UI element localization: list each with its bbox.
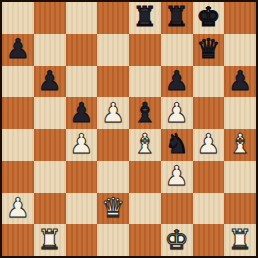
piece-white-pawn[interactable]: ♟ [101, 99, 125, 126]
square-b4[interactable] [34, 129, 66, 161]
piece-white-bishop[interactable]: ♝ [133, 130, 157, 157]
piece-black-pawn[interactable]: ♟ [228, 67, 252, 94]
square-e7[interactable] [129, 34, 161, 66]
chess-diagram: ♜♜♚♟♛♟♟♟♟♟♝♟♟♝♞♟♝♟♟♛♜♚♜ [0, 0, 258, 258]
square-d1[interactable] [97, 224, 129, 256]
piece-black-rook[interactable]: ♜ [165, 3, 189, 30]
square-h1[interactable]: ♜ [224, 224, 256, 256]
square-c4[interactable]: ♟ [66, 129, 98, 161]
square-c7[interactable] [66, 34, 98, 66]
square-f1[interactable]: ♚ [161, 224, 193, 256]
square-e8[interactable]: ♜ [129, 2, 161, 34]
square-e4[interactable]: ♝ [129, 129, 161, 161]
square-h4[interactable]: ♝ [224, 129, 256, 161]
square-a7[interactable]: ♟ [2, 34, 34, 66]
piece-white-pawn[interactable]: ♟ [196, 130, 220, 157]
square-h3[interactable] [224, 161, 256, 193]
square-a2[interactable]: ♟ [2, 193, 34, 225]
square-g5[interactable] [193, 97, 225, 129]
piece-white-king[interactable]: ♚ [165, 226, 189, 253]
square-h7[interactable] [224, 34, 256, 66]
square-b6[interactable]: ♟ [34, 66, 66, 98]
square-e2[interactable] [129, 193, 161, 225]
square-g3[interactable] [193, 161, 225, 193]
piece-white-pawn[interactable]: ♟ [69, 130, 93, 157]
square-b5[interactable] [34, 97, 66, 129]
square-a8[interactable] [2, 2, 34, 34]
piece-black-king[interactable]: ♚ [196, 3, 220, 30]
piece-black-rook[interactable]: ♜ [133, 3, 157, 30]
square-a6[interactable] [2, 66, 34, 98]
piece-black-bishop[interactable]: ♝ [133, 99, 157, 126]
square-h8[interactable] [224, 2, 256, 34]
square-c6[interactable] [66, 66, 98, 98]
piece-black-queen[interactable]: ♛ [196, 35, 220, 62]
square-f7[interactable] [161, 34, 193, 66]
square-c1[interactable] [66, 224, 98, 256]
square-b3[interactable] [34, 161, 66, 193]
square-d8[interactable] [97, 2, 129, 34]
square-g7[interactable]: ♛ [193, 34, 225, 66]
square-a4[interactable] [2, 129, 34, 161]
piece-white-queen[interactable]: ♛ [101, 194, 125, 221]
square-a5[interactable] [2, 97, 34, 129]
square-d3[interactable] [97, 161, 129, 193]
square-d7[interactable] [97, 34, 129, 66]
piece-white-rook[interactable]: ♜ [38, 226, 62, 253]
square-h6[interactable]: ♟ [224, 66, 256, 98]
square-c3[interactable] [66, 161, 98, 193]
square-f3[interactable]: ♟ [161, 161, 193, 193]
piece-black-pawn[interactable]: ♟ [165, 67, 189, 94]
square-f6[interactable]: ♟ [161, 66, 193, 98]
square-c8[interactable] [66, 2, 98, 34]
square-h2[interactable] [224, 193, 256, 225]
piece-white-pawn[interactable]: ♟ [165, 162, 189, 189]
piece-black-pawn[interactable]: ♟ [6, 35, 30, 62]
square-g1[interactable] [193, 224, 225, 256]
square-a1[interactable] [2, 224, 34, 256]
square-b1[interactable]: ♜ [34, 224, 66, 256]
square-b7[interactable] [34, 34, 66, 66]
square-c2[interactable] [66, 193, 98, 225]
square-d2[interactable]: ♛ [97, 193, 129, 225]
piece-white-bishop[interactable]: ♝ [228, 130, 252, 157]
square-d6[interactable] [97, 66, 129, 98]
square-b8[interactable] [34, 2, 66, 34]
square-e5[interactable]: ♝ [129, 97, 161, 129]
square-h5[interactable] [224, 97, 256, 129]
square-e1[interactable] [129, 224, 161, 256]
square-g8[interactable]: ♚ [193, 2, 225, 34]
square-d5[interactable]: ♟ [97, 97, 129, 129]
square-f5[interactable]: ♟ [161, 97, 193, 129]
square-g6[interactable] [193, 66, 225, 98]
square-a3[interactable] [2, 161, 34, 193]
chess-board: ♜♜♚♟♛♟♟♟♟♟♝♟♟♝♞♟♝♟♟♛♜♚♜ [0, 0, 258, 258]
piece-black-knight[interactable]: ♞ [165, 130, 189, 157]
square-e3[interactable] [129, 161, 161, 193]
piece-white-rook[interactable]: ♜ [228, 226, 252, 253]
piece-black-pawn[interactable]: ♟ [38, 67, 62, 94]
square-g4[interactable]: ♟ [193, 129, 225, 161]
square-f2[interactable] [161, 193, 193, 225]
piece-white-pawn[interactable]: ♟ [165, 99, 189, 126]
piece-white-pawn[interactable]: ♟ [6, 194, 30, 221]
square-e6[interactable] [129, 66, 161, 98]
square-f4[interactable]: ♞ [161, 129, 193, 161]
square-f8[interactable]: ♜ [161, 2, 193, 34]
square-d4[interactable] [97, 129, 129, 161]
square-g2[interactable] [193, 193, 225, 225]
square-c5[interactable]: ♟ [66, 97, 98, 129]
square-b2[interactable] [34, 193, 66, 225]
piece-black-pawn[interactable]: ♟ [69, 99, 93, 126]
